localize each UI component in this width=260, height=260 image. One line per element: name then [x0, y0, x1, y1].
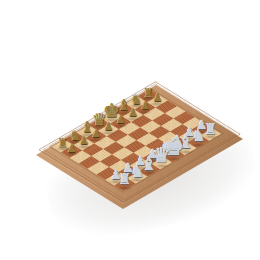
- chess-set-product-photo: ♜♞♝♛♚♝♞♜♟♟♟♟♟♟♟♟♟♟♟♟♟♟♟♟♜♞♝♛♚♝♞♜: [0, 0, 260, 260]
